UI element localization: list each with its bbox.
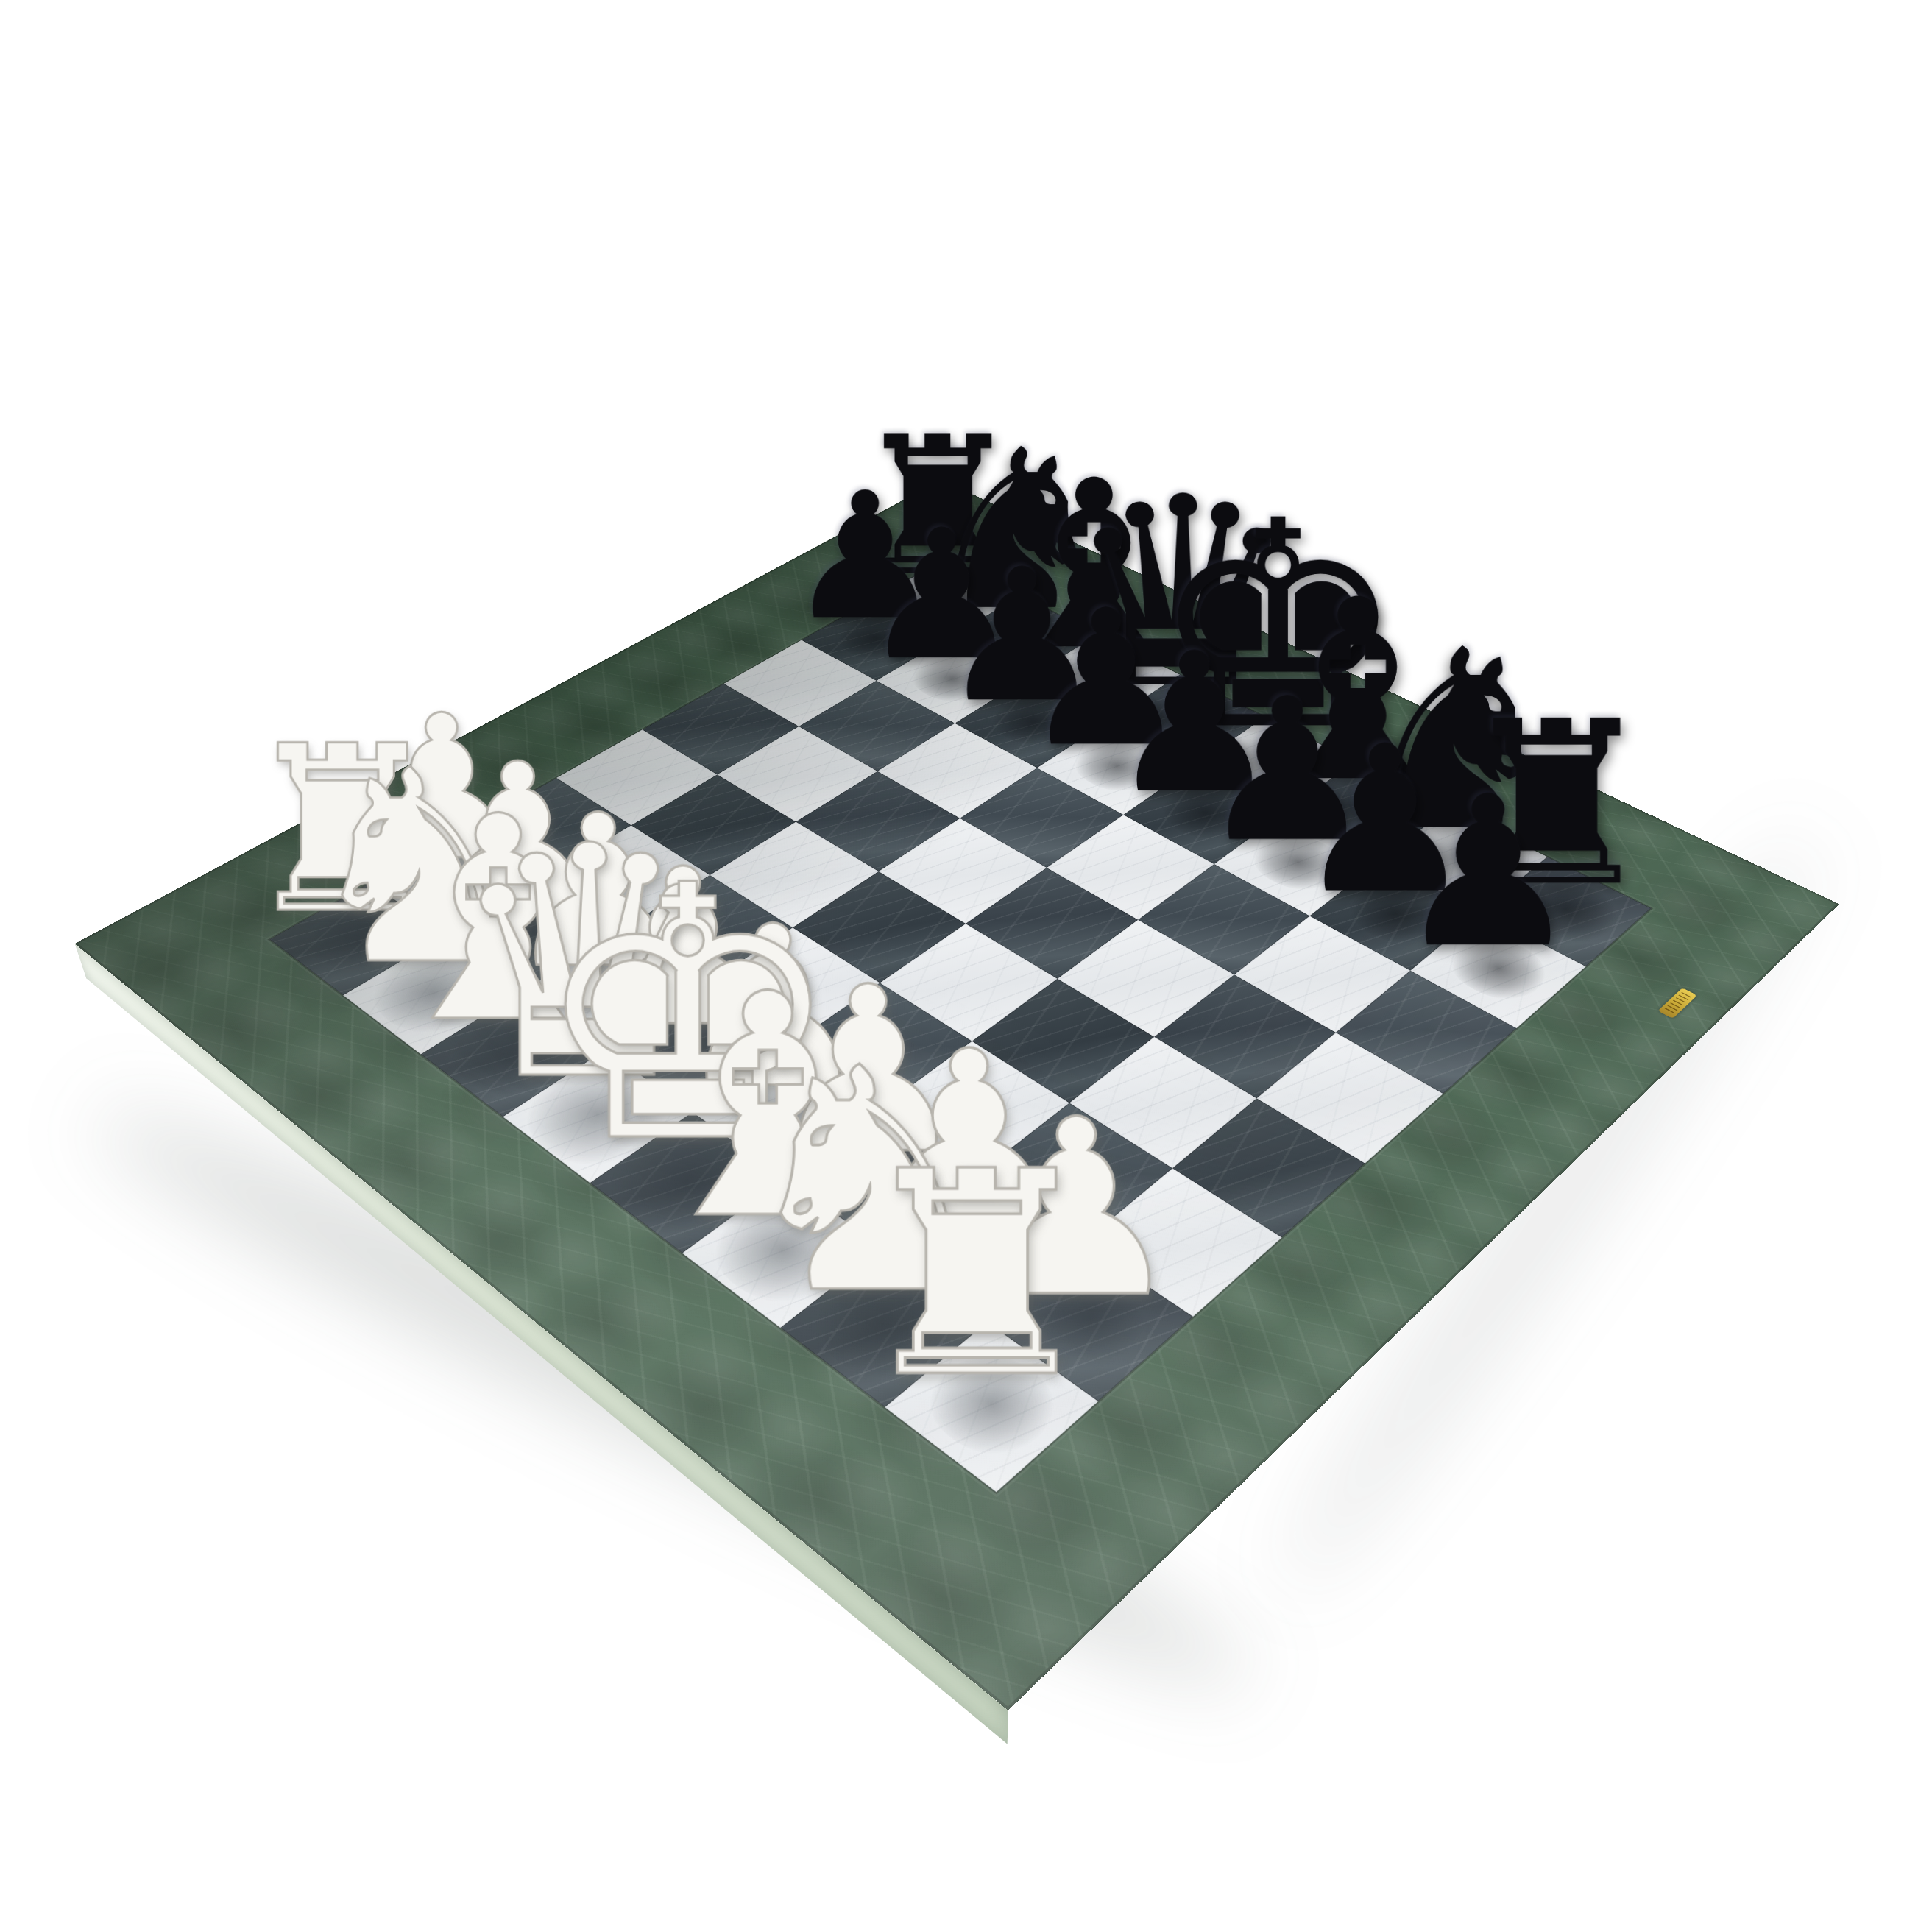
black-pawn-icon: ♟: [1395, 769, 1581, 977]
scene-3d: ♜♞♝♛♚♝♞♜♟♟♟♟♟♟♟♟♟♟♟♟♟♟♟♟♜♞♝♛♚♝♞♜: [0, 0, 1932, 1932]
white-rook-icon: ♜: [851, 1135, 1103, 1417]
board-surface-green-marble-border: ♜♞♝♛♚♝♞♜♟♟♟♟♟♟♟♟♟♟♟♟♟♟♟♟♜♞♝♛♚♝♞♜: [75, 480, 1839, 1710]
chess-board: ♜♞♝♛♚♝♞♜♟♟♟♟♟♟♟♟♟♟♟♟♟♟♟♟♜♞♝♛♚♝♞♜: [75, 480, 1839, 1710]
piece-black-pawn-h7[interactable]: ♟: [1359, 769, 1616, 977]
product-photo-canvas: ♜♞♝♛♚♝♞♜♟♟♟♟♟♟♟♟♟♟♟♟♟♟♟♟♜♞♝♛♚♝♞♜: [0, 0, 1932, 1932]
piece-white-rook-h1[interactable]: ♜: [821, 1135, 1132, 1417]
